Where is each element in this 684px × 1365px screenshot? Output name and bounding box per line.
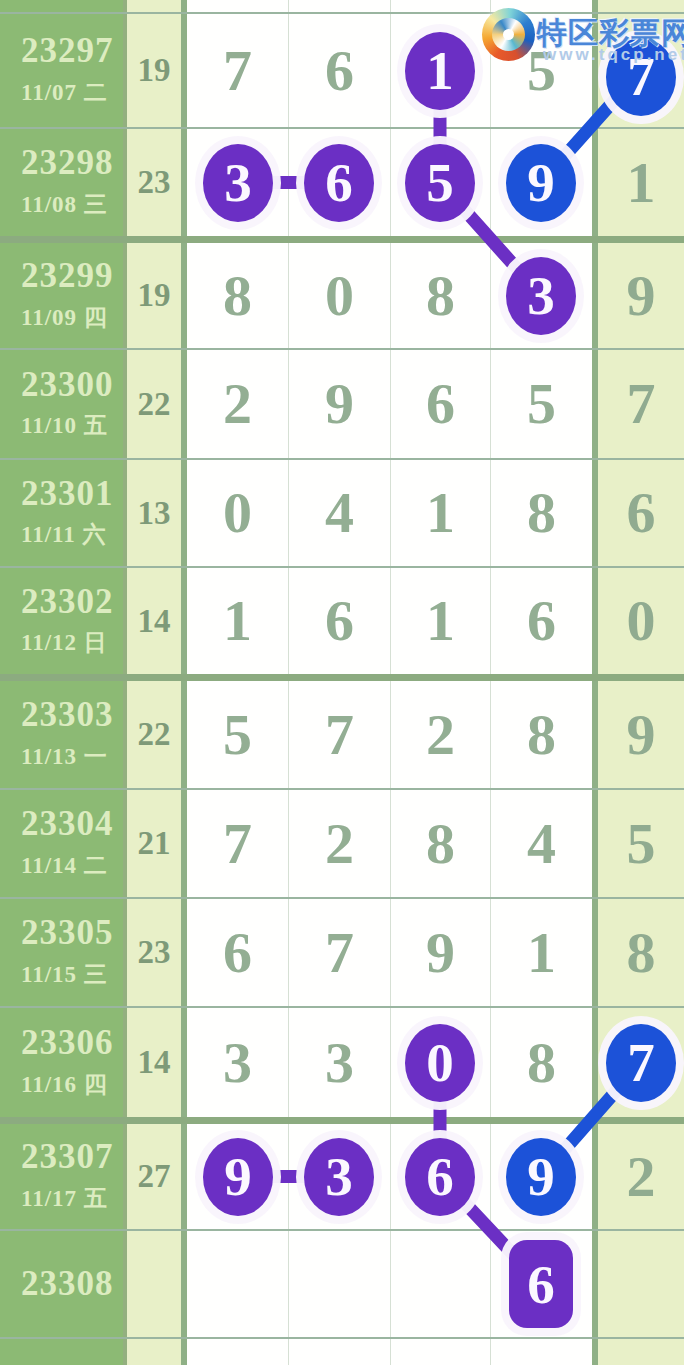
digit-cell-c4: 7 xyxy=(598,350,684,458)
row-23301: 2330111/11 六1304186 xyxy=(0,460,684,566)
sum-cell: 22 xyxy=(127,681,187,788)
digit-cell-c0: 7 xyxy=(187,14,289,127)
issue-date: 11/11 六 xyxy=(21,519,107,550)
digit-cell-c4: 9 xyxy=(598,243,684,348)
digit-cell-c3: 8 xyxy=(491,460,598,566)
digit-cell-c0: 1 xyxy=(187,568,289,674)
digit-cell-c1 xyxy=(289,1124,391,1229)
digit-cell-c1: 4 xyxy=(289,460,391,566)
digit-cell-c2 xyxy=(391,0,491,12)
digit-cell-c2 xyxy=(391,129,491,236)
row-23302: 2330211/12 日1416160 xyxy=(0,568,684,674)
digit-cell-c0: 3 xyxy=(187,1008,289,1117)
digit-cell-c0 xyxy=(187,129,289,236)
partial-row xyxy=(0,0,684,12)
digit-cell-c0 xyxy=(187,1231,289,1337)
sum-cell: 14 xyxy=(127,1008,187,1117)
digit-cell-c3: 4 xyxy=(491,790,598,897)
digit-cell-c3 xyxy=(491,129,598,236)
issue-cell xyxy=(0,0,127,12)
issue-number: 23301 xyxy=(21,476,114,513)
digit-cell-c1 xyxy=(289,1339,391,1365)
site-logo-swirl-icon xyxy=(482,8,535,61)
digit-cell-c4: 2 xyxy=(598,1124,684,1229)
issue-number: 23299 xyxy=(21,258,114,295)
issue-cell: 2330511/15 三 xyxy=(0,899,127,1006)
digit-cell-c3 xyxy=(491,243,598,348)
digit-cell-c2: 2 xyxy=(391,681,491,788)
digit-cell-c4 xyxy=(598,0,684,12)
digit-cell-c2 xyxy=(391,1339,491,1365)
digit-cell-c2: 8 xyxy=(391,790,491,897)
digit-cell-c2 xyxy=(391,1124,491,1229)
issue-cell: 2330211/12 日 xyxy=(0,568,127,674)
digit-cell-c4 xyxy=(598,1008,684,1117)
issue-date: 11/07 二 xyxy=(21,77,108,108)
digit-cell-c1: 7 xyxy=(289,899,391,1006)
digit-cell-c1: 7 xyxy=(289,681,391,788)
sum-cell: 22 xyxy=(127,350,187,458)
issue-cell: 2330111/11 六 xyxy=(0,460,127,566)
digit-cell-c4: 6 xyxy=(598,460,684,566)
digit-cell-c0: 6 xyxy=(187,899,289,1006)
issue-date: 11/15 三 xyxy=(21,959,108,990)
row-23298: 2329811/08 三231 xyxy=(0,129,684,236)
issue-number: 23298 xyxy=(21,145,114,182)
row-separator-thick xyxy=(0,674,684,681)
row-23303: 2330311/13 一2257289 xyxy=(0,681,684,788)
digit-cell-c2: 8 xyxy=(391,243,491,348)
row-23306: 2330611/16 四14338 xyxy=(0,1008,684,1117)
digit-cell-c4: 8 xyxy=(598,899,684,1006)
digit-cell-c1: 2 xyxy=(289,790,391,897)
issue-date: 11/14 二 xyxy=(21,850,108,881)
issue-number: 23305 xyxy=(21,915,114,952)
trend-table: 2329711/07 二197652329811/08 三2312329911/… xyxy=(0,0,684,1365)
issue-date: 11/08 三 xyxy=(21,189,108,220)
digit-cell-c0: 2 xyxy=(187,350,289,458)
sum-cell: 23 xyxy=(127,899,187,1006)
row-23304: 2330411/14 二2172845 xyxy=(0,790,684,897)
digit-cell-c1 xyxy=(289,0,391,12)
issue-cell: 2330711/17 五 xyxy=(0,1124,127,1229)
digit-cell-c4 xyxy=(598,1339,684,1365)
digit-cell-c0 xyxy=(187,1339,289,1365)
issue-cell: 2330411/14 二 xyxy=(0,790,127,897)
digit-cell-c0: 0 xyxy=(187,460,289,566)
issue-date: 11/10 五 xyxy=(21,410,108,441)
digit-cell-c2: 9 xyxy=(391,899,491,1006)
issue-number: 23306 xyxy=(21,1025,114,1062)
issue-number: 23304 xyxy=(21,806,114,843)
digit-cell-c1 xyxy=(289,1231,391,1337)
digit-cell-c4: 5 xyxy=(598,790,684,897)
digit-cell-c4: 0 xyxy=(598,568,684,674)
row-23305: 2330511/15 三2367918 xyxy=(0,899,684,1006)
digit-cell-c2: 6 xyxy=(391,350,491,458)
row-separator-thick xyxy=(0,236,684,243)
issue-date: 11/17 五 xyxy=(21,1183,108,1214)
digit-cell-c1: 6 xyxy=(289,14,391,127)
digit-cell-c1: 9 xyxy=(289,350,391,458)
digit-cell-c2 xyxy=(391,1008,491,1117)
lottery-trend-chart: 2329711/07 二197652329811/08 三2312329911/… xyxy=(0,0,684,1365)
row-23308: 23308 xyxy=(0,1231,684,1337)
digit-cell-c0: 5 xyxy=(187,681,289,788)
digit-cell-c1 xyxy=(289,129,391,236)
digit-cell-c4: 9 xyxy=(598,681,684,788)
digit-cell-c0: 8 xyxy=(187,243,289,348)
issue-number: 23308 xyxy=(21,1266,114,1303)
sum-cell: 14 xyxy=(127,568,187,674)
digit-cell-c2: 1 xyxy=(391,568,491,674)
row-23299: 2329911/09 四198089 xyxy=(0,243,684,348)
issue-date: 11/13 一 xyxy=(21,741,108,772)
issue-cell: 2329911/09 四 xyxy=(0,243,127,348)
sum-cell xyxy=(127,1339,187,1365)
issue-number: 23297 xyxy=(21,33,114,70)
issue-number: 23303 xyxy=(21,697,114,734)
sum-cell xyxy=(127,0,187,12)
digit-cell-c3: 1 xyxy=(491,899,598,1006)
row-23300: 2330011/10 五2229657 xyxy=(0,350,684,458)
digit-cell-c2 xyxy=(391,14,491,127)
sum-cell xyxy=(127,1231,187,1337)
site-watermark: www.tqcp.net xyxy=(543,45,684,65)
digit-cell-c0: 7 xyxy=(187,790,289,897)
digit-cell-c2 xyxy=(391,1231,491,1337)
issue-cell: 2330611/16 四 xyxy=(0,1008,127,1117)
digit-cell-c3: 5 xyxy=(491,350,598,458)
issue-date: 11/12 日 xyxy=(21,627,108,658)
digit-cell-c3 xyxy=(491,1231,598,1337)
issue-cell: 2329811/08 三 xyxy=(0,129,127,236)
issue-date: 11/16 四 xyxy=(21,1069,108,1100)
digit-cell-c3: 8 xyxy=(491,681,598,788)
sum-cell: 23 xyxy=(127,129,187,236)
digit-cell-c1: 6 xyxy=(289,568,391,674)
row-23307: 2330711/17 五272 xyxy=(0,1124,684,1229)
sum-cell: 21 xyxy=(127,790,187,897)
sum-cell: 27 xyxy=(127,1124,187,1229)
partial-row xyxy=(0,1339,684,1365)
issue-cell: 2330311/13 一 xyxy=(0,681,127,788)
issue-cell: 23308 xyxy=(0,1231,127,1337)
digit-cell-c4 xyxy=(598,1231,684,1337)
issue-number: 23302 xyxy=(21,584,114,621)
issue-number: 23307 xyxy=(21,1139,114,1176)
issue-cell: 2329711/07 二 xyxy=(0,14,127,127)
digit-cell-c0 xyxy=(187,0,289,12)
sum-cell: 13 xyxy=(127,460,187,566)
digit-cell-c3: 6 xyxy=(491,568,598,674)
digit-cell-c1: 3 xyxy=(289,1008,391,1117)
digit-cell-c3 xyxy=(491,1124,598,1229)
issue-number: 23300 xyxy=(21,367,114,404)
issue-date: 11/09 四 xyxy=(21,302,108,333)
digit-cell-c4: 1 xyxy=(598,129,684,236)
row-separator-thick xyxy=(0,1117,684,1124)
sum-cell: 19 xyxy=(127,243,187,348)
digit-cell-c3: 8 xyxy=(491,1008,598,1117)
sum-cell: 19 xyxy=(127,14,187,127)
issue-cell xyxy=(0,1339,127,1365)
issue-cell: 2330011/10 五 xyxy=(0,350,127,458)
digit-cell-c2: 1 xyxy=(391,460,491,566)
digit-cell-c3 xyxy=(491,1339,598,1365)
digit-cell-c0 xyxy=(187,1124,289,1229)
digit-cell-c1: 0 xyxy=(289,243,391,348)
